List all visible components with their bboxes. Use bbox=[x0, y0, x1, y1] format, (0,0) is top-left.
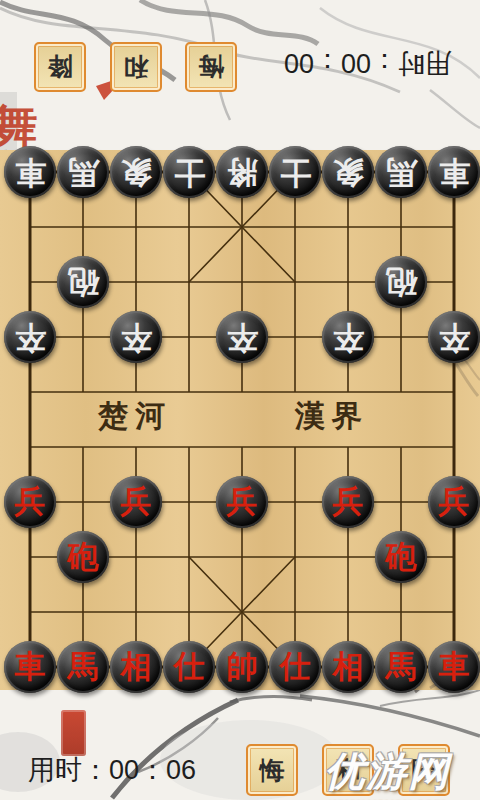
piece-black-馬[interactable]: 馬 bbox=[375, 146, 427, 198]
piece-character: 士 bbox=[280, 146, 311, 198]
piece-black-卒[interactable]: 卒 bbox=[4, 311, 56, 363]
piece-character: 仕 bbox=[280, 641, 311, 693]
piece-character: 卒 bbox=[227, 311, 258, 363]
piece-character: 馬 bbox=[68, 146, 99, 198]
piece-black-卒[interactable]: 卒 bbox=[216, 311, 268, 363]
piece-black-砲[interactable]: 砲 bbox=[375, 256, 427, 308]
piece-black-車[interactable]: 車 bbox=[428, 146, 480, 198]
xiangqi-board[interactable] bbox=[0, 150, 480, 690]
watermark-site-url: www.yoyou.com bbox=[295, 795, 480, 800]
piece-character: 帥 bbox=[227, 641, 258, 693]
red-seal-stamp bbox=[61, 710, 86, 756]
piece-red-相[interactable]: 相 bbox=[322, 641, 374, 693]
piece-character: 象 bbox=[333, 146, 364, 198]
piece-character: 砲 bbox=[386, 256, 417, 308]
board-grid-lines bbox=[0, 150, 480, 690]
piece-character: 馬 bbox=[386, 641, 417, 693]
piece-character: 車 bbox=[15, 641, 46, 693]
piece-black-車[interactable]: 車 bbox=[4, 146, 56, 198]
piece-red-兵[interactable]: 兵 bbox=[4, 476, 56, 528]
piece-black-卒[interactable]: 卒 bbox=[322, 311, 374, 363]
piece-character: 車 bbox=[15, 146, 46, 198]
undo-button-top[interactable]: 悔 bbox=[185, 42, 237, 92]
piece-red-砲[interactable]: 砲 bbox=[57, 531, 109, 583]
piece-red-兵[interactable]: 兵 bbox=[428, 476, 480, 528]
piece-red-仕[interactable]: 仕 bbox=[163, 641, 215, 693]
piece-black-卒[interactable]: 卒 bbox=[428, 311, 480, 363]
piece-character: 砲 bbox=[68, 256, 99, 308]
piece-character: 兵 bbox=[439, 476, 470, 528]
piece-character: 卒 bbox=[15, 311, 46, 363]
piece-black-象[interactable]: 象 bbox=[110, 146, 162, 198]
piece-character: 兵 bbox=[333, 476, 364, 528]
piece-black-象[interactable]: 象 bbox=[322, 146, 374, 198]
piece-black-砲[interactable]: 砲 bbox=[57, 256, 109, 308]
piece-black-馬[interactable]: 馬 bbox=[57, 146, 109, 198]
piece-black-將[interactable]: 將 bbox=[216, 146, 268, 198]
piece-red-馬[interactable]: 馬 bbox=[375, 641, 427, 693]
resign-button-top[interactable]: 降 bbox=[34, 42, 86, 92]
piece-character: 兵 bbox=[121, 476, 152, 528]
undo-button-bottom[interactable]: 悔 bbox=[246, 744, 298, 796]
piece-black-卒[interactable]: 卒 bbox=[110, 311, 162, 363]
piece-character: 車 bbox=[439, 146, 470, 198]
piece-red-砲[interactable]: 砲 bbox=[375, 531, 427, 583]
river-label-hanjie: 漢界 bbox=[295, 388, 369, 444]
piece-character: 兵 bbox=[15, 476, 46, 528]
piece-character: 卒 bbox=[333, 311, 364, 363]
piece-black-士[interactable]: 士 bbox=[163, 146, 215, 198]
piece-red-兵[interactable]: 兵 bbox=[322, 476, 374, 528]
piece-character: 兵 bbox=[227, 476, 258, 528]
piece-character: 仕 bbox=[174, 641, 205, 693]
piece-red-帥[interactable]: 帥 bbox=[216, 641, 268, 693]
piece-character: 砲 bbox=[68, 531, 99, 583]
resign-button-bottom[interactable]: 降 bbox=[398, 744, 450, 796]
piece-red-相[interactable]: 相 bbox=[110, 641, 162, 693]
river-label-chuhe: 楚河 bbox=[98, 388, 172, 444]
piece-black-士[interactable]: 士 bbox=[269, 146, 321, 198]
piece-character: 相 bbox=[121, 641, 152, 693]
piece-character: 士 bbox=[174, 146, 205, 198]
piece-red-車[interactable]: 車 bbox=[4, 641, 56, 693]
piece-red-馬[interactable]: 馬 bbox=[57, 641, 109, 693]
piece-character: 相 bbox=[333, 641, 364, 693]
piece-red-仕[interactable]: 仕 bbox=[269, 641, 321, 693]
piece-character: 馬 bbox=[68, 641, 99, 693]
piece-character: 象 bbox=[121, 146, 152, 198]
elapsed-time-bottom: 用时：00：06 bbox=[28, 752, 196, 788]
piece-character: 卒 bbox=[439, 311, 470, 363]
piece-character: 車 bbox=[439, 641, 470, 693]
piece-red-兵[interactable]: 兵 bbox=[110, 476, 162, 528]
piece-red-車[interactable]: 車 bbox=[428, 641, 480, 693]
piece-red-兵[interactable]: 兵 bbox=[216, 476, 268, 528]
piece-character: 卒 bbox=[121, 311, 152, 363]
piece-character: 將 bbox=[227, 146, 258, 198]
piece-character: 砲 bbox=[386, 531, 417, 583]
xiangqi-app-screen: { "game": "Xiangqi (Chinese Chess)", "po… bbox=[0, 0, 480, 800]
draw-button-bottom[interactable]: 和 bbox=[322, 744, 374, 796]
elapsed-time-top: 用时：00：00 bbox=[272, 45, 464, 81]
piece-character: 馬 bbox=[386, 146, 417, 198]
draw-button-top[interactable]: 和 bbox=[110, 42, 162, 92]
